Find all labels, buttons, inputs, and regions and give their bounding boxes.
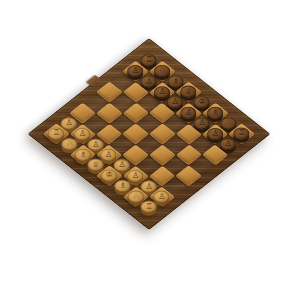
white-bishop-glyph: ♗	[79, 150, 86, 158]
white-queen-glyph: ♕	[92, 161, 99, 169]
black-pawn-glyph: ♙	[159, 88, 166, 96]
black-pawn-glyph: ♙	[145, 77, 152, 85]
white-bishop-glyph: ♗	[119, 182, 126, 190]
black-king-glyph: ♔	[198, 98, 205, 106]
black-pawn-glyph: ♙	[172, 98, 179, 106]
black-rook-glyph: ♖	[238, 130, 245, 138]
black-bishop-glyph: ♗	[212, 109, 219, 117]
board-grid: ♖♘♗♕♔♗♘♖♙♙♙♙♙♙♙♙♙♙♙♙♙♙♙♙♖♘♗♕♔♗♘♖	[43, 50, 255, 218]
chess-board: ♖♘♗♕♔♗♘♖♙♙♙♙♙♙♙♙♙♙♙♙♙♙♙♙♖♘♗♕♔♗♘♖	[27, 38, 270, 230]
black-pawn-glyph: ♙	[212, 130, 219, 138]
black-pawn-glyph: ♙	[225, 140, 232, 148]
white-pawn-glyph: ♙	[119, 161, 126, 169]
black-pawn-glyph: ♙	[185, 109, 192, 117]
black-pawn-glyph: ♙	[132, 67, 139, 75]
black-knight-glyph: ♘	[159, 67, 166, 75]
white-wooden-disc: ♖	[141, 201, 157, 213]
black-rook-glyph: ♖	[145, 56, 152, 64]
piece-white-rook-h1[interactable]: ♖	[140, 198, 159, 217]
white-king-glyph: ♔	[106, 171, 113, 179]
black-pawn-glyph: ♙	[198, 119, 205, 127]
black-wooden-disc: ♙	[221, 138, 237, 150]
white-rook-glyph: ♖	[145, 203, 152, 211]
photo-canvas: ♖♘♗♕♔♗♘♖♙♙♙♙♙♙♙♙♙♙♙♙♙♙♙♙♖♘♗♕♔♗♘♖	[0, 0, 300, 300]
white-rook-glyph: ♖	[53, 130, 60, 138]
white-knight-glyph: ♘	[66, 140, 73, 148]
white-pawn-glyph: ♙	[159, 192, 166, 200]
black-queen-glyph: ♕	[185, 88, 192, 96]
square-h1[interactable]: ♖	[136, 197, 163, 218]
black-bishop-glyph: ♗	[172, 77, 179, 85]
white-pawn-glyph: ♙	[79, 130, 86, 138]
white-pawn-glyph: ♙	[106, 150, 113, 158]
black-knight-glyph: ♘	[225, 119, 232, 127]
white-pawn-glyph: ♙	[132, 171, 139, 179]
white-knight-glyph: ♘	[132, 192, 139, 200]
white-pawn-glyph: ♙	[66, 119, 73, 127]
hinge-tab	[86, 75, 100, 86]
